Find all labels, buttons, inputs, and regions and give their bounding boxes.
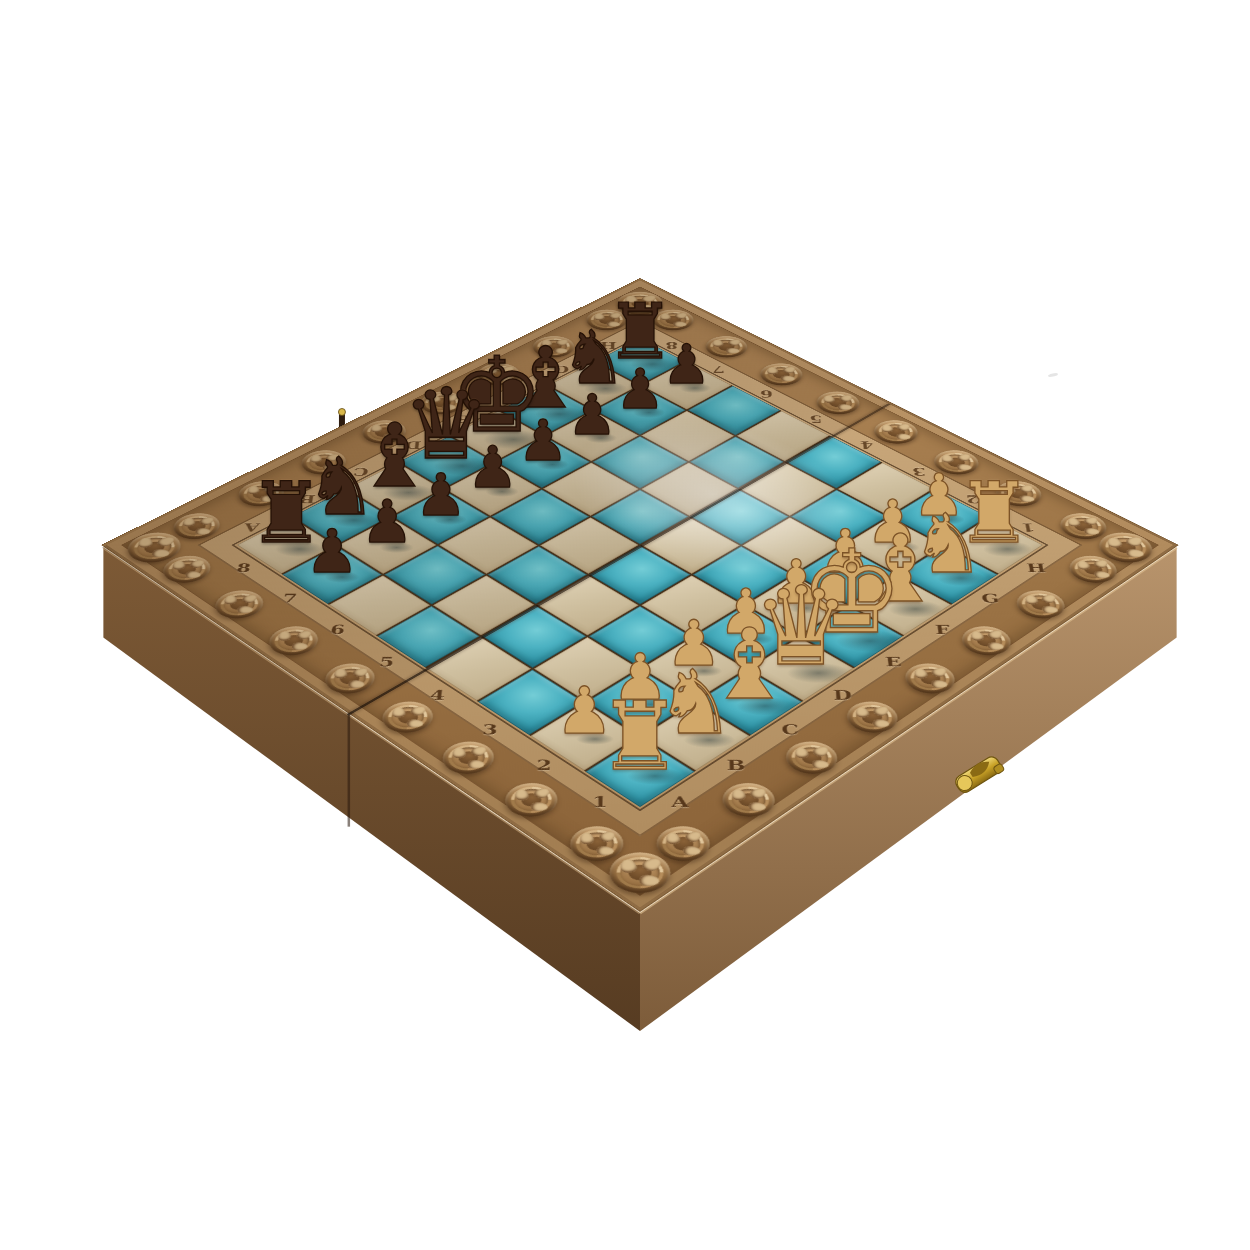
piece-black-pawn-f7[interactable]: ♟ [567, 387, 617, 443]
piece-black-pawn-h7[interactable]: ♟ [662, 338, 711, 392]
rank-label-7: 7 [281, 591, 298, 606]
piece-white-rook-a1[interactable]: ♜ [598, 689, 683, 783]
file-label-g: G [980, 591, 1000, 606]
rank-label-far-6: 6 [760, 388, 774, 400]
rank-label-far-5: 5 [809, 413, 823, 425]
piece-black-pawn-a7[interactable]: ♟ [305, 522, 359, 582]
file-label-c: C [781, 721, 800, 737]
rank-label-far-4: 4 [859, 439, 874, 451]
rank-label-6: 6 [329, 622, 346, 637]
rank-label-5: 5 [378, 654, 395, 669]
rank-label-8: 8 [235, 561, 252, 575]
piece-black-pawn-b7[interactable]: ♟ [361, 494, 414, 553]
file-label-a: A [671, 793, 689, 811]
rank-label-3: 3 [482, 721, 498, 737]
piece-black-pawn-g7[interactable]: ♟ [615, 362, 664, 417]
rank-label-far-7: 7 [712, 364, 725, 375]
file-label-f: F [934, 622, 951, 637]
rank-label-2: 2 [536, 757, 552, 774]
dust-speck [1048, 372, 1058, 377]
piece-black-pawn-e7[interactable]: ♟ [518, 412, 569, 468]
product-photo-scene: Carved wooden folding chess set with tur… [0, 0, 1250, 1250]
rank-label-4: 4 [429, 687, 446, 703]
file-label-h: H [1025, 561, 1047, 575]
piece-black-pawn-c7[interactable]: ♟ [415, 466, 467, 524]
file-label-b: B [726, 757, 746, 774]
piece-black-pawn-d7[interactable]: ♟ [467, 439, 518, 496]
rank-label-1: 1 [592, 793, 608, 811]
